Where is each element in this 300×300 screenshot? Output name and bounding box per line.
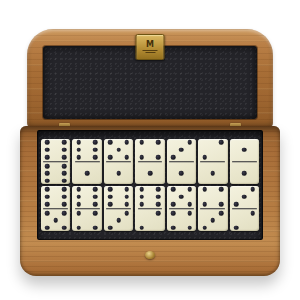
domino-tile[interactable] xyxy=(135,186,164,231)
pip-icon xyxy=(234,225,239,230)
domino-tile[interactable] xyxy=(104,139,133,184)
domino-half-bottom xyxy=(41,163,70,185)
pip-icon xyxy=(187,225,192,230)
pip-icon xyxy=(148,171,153,176)
pip-icon xyxy=(171,202,176,207)
pip-icon xyxy=(108,225,113,230)
case-lid: M xyxy=(27,29,273,128)
pip-icon xyxy=(45,155,50,160)
pip-icon xyxy=(62,164,67,169)
pip-icon xyxy=(125,202,130,207)
domino-half-bottom xyxy=(72,163,101,185)
pip-icon xyxy=(116,171,121,176)
domino-half-top xyxy=(41,139,70,161)
domino-half-bottom xyxy=(104,163,133,185)
pip-icon xyxy=(219,187,224,192)
pip-icon xyxy=(116,147,121,152)
pip-icon xyxy=(219,202,224,207)
domino-half-top xyxy=(135,186,164,208)
pip-icon xyxy=(125,155,130,160)
pip-icon xyxy=(234,202,239,207)
pip-icon xyxy=(202,225,207,230)
pip-icon xyxy=(93,194,98,199)
pip-icon xyxy=(77,194,82,199)
pip-icon xyxy=(77,202,82,207)
pip-icon xyxy=(156,194,161,199)
domino-tile[interactable] xyxy=(167,139,196,184)
pip-icon xyxy=(139,140,144,145)
pip-icon xyxy=(62,155,67,160)
pip-icon xyxy=(85,171,90,176)
domino-tile[interactable] xyxy=(104,186,133,231)
pip-icon xyxy=(77,225,82,230)
brass-medallion-icon xyxy=(145,251,155,259)
pip-icon xyxy=(116,218,121,223)
domino-tile[interactable] xyxy=(72,186,101,231)
domino-tile[interactable] xyxy=(230,139,259,184)
pip-icon xyxy=(187,187,192,192)
domino-tile[interactable] xyxy=(167,186,196,231)
pip-icon xyxy=(45,147,50,152)
domino-tile[interactable] xyxy=(72,139,101,184)
domino-tile[interactable] xyxy=(135,139,164,184)
domino-half-bottom xyxy=(72,210,101,232)
pip-icon xyxy=(202,202,207,207)
pip-icon xyxy=(108,194,113,199)
domino-half-bottom xyxy=(167,163,196,185)
pip-icon xyxy=(45,187,50,192)
pip-icon xyxy=(77,187,82,192)
domino-half-bottom xyxy=(135,163,164,185)
domino-grid xyxy=(41,139,259,231)
pip-icon xyxy=(187,202,192,207)
pip-icon xyxy=(202,155,207,160)
pip-icon xyxy=(156,187,161,192)
domino-half-top xyxy=(198,139,227,161)
pip-icon xyxy=(139,187,144,192)
plaque-engraving-line xyxy=(145,52,155,53)
pip-icon xyxy=(77,140,82,145)
pip-icon xyxy=(62,211,67,216)
pip-icon xyxy=(125,140,130,145)
domino-half-bottom xyxy=(198,163,227,185)
domino-half-top xyxy=(167,186,196,208)
domino-case-photo: M xyxy=(0,0,300,300)
case-base xyxy=(20,126,280,276)
pip-icon xyxy=(62,178,67,183)
pip-icon xyxy=(171,211,176,216)
pip-icon xyxy=(171,187,176,192)
pip-icon xyxy=(108,187,113,192)
pip-icon xyxy=(179,147,184,152)
pip-icon xyxy=(62,187,67,192)
pip-icon xyxy=(242,194,247,199)
domino-half-top xyxy=(41,186,70,208)
domino-half-top xyxy=(72,186,101,208)
pip-icon xyxy=(45,211,50,216)
domino-half-top xyxy=(104,139,133,161)
pip-icon xyxy=(108,202,113,207)
domino-tile[interactable] xyxy=(198,139,227,184)
pip-icon xyxy=(139,225,144,230)
pip-icon xyxy=(77,147,82,152)
brand-logo-icon: M xyxy=(146,41,154,49)
pip-icon xyxy=(187,140,192,145)
pip-icon xyxy=(62,140,67,145)
pip-icon xyxy=(93,202,98,207)
pip-icon xyxy=(108,155,113,160)
domino-half-bottom xyxy=(167,210,196,232)
pip-icon xyxy=(139,194,144,199)
pip-icon xyxy=(45,202,50,207)
domino-tile[interactable] xyxy=(230,186,259,231)
pip-icon xyxy=(45,194,50,199)
domino-tile[interactable] xyxy=(41,139,70,184)
pip-icon xyxy=(62,225,67,230)
pip-icon xyxy=(242,171,247,176)
domino-half-bottom xyxy=(104,210,133,232)
pip-icon xyxy=(93,147,98,152)
pip-icon xyxy=(219,140,224,145)
domino-half-top xyxy=(230,139,259,161)
domino-half-top xyxy=(72,139,101,161)
pip-icon xyxy=(125,211,130,216)
pip-icon xyxy=(250,187,255,192)
domino-tile[interactable] xyxy=(198,186,227,231)
domino-half-bottom xyxy=(135,210,164,232)
pip-icon xyxy=(171,155,176,160)
pip-icon xyxy=(139,155,144,160)
domino-half-bottom xyxy=(41,210,70,232)
pip-icon xyxy=(156,155,161,160)
pip-icon xyxy=(77,155,82,160)
pip-icon xyxy=(179,194,184,199)
plaque-engraving-line xyxy=(143,50,158,51)
pip-icon xyxy=(45,140,50,145)
pip-icon xyxy=(125,194,130,199)
pip-icon xyxy=(93,155,98,160)
pip-icon xyxy=(93,225,98,230)
pip-icon xyxy=(45,164,50,169)
pip-icon xyxy=(62,194,67,199)
domino-half-bottom xyxy=(230,163,259,185)
pip-icon xyxy=(202,187,207,192)
domino-tile[interactable] xyxy=(41,186,70,231)
pip-icon xyxy=(45,171,50,176)
pip-icon xyxy=(211,171,216,176)
pip-icon xyxy=(156,202,161,207)
pip-icon xyxy=(156,140,161,145)
pip-icon xyxy=(77,211,82,216)
domino-half-top xyxy=(135,139,164,161)
pip-icon xyxy=(53,218,58,223)
pip-icon xyxy=(108,140,113,145)
pip-icon xyxy=(125,187,130,192)
pip-icon xyxy=(219,211,224,216)
felt-tray xyxy=(37,130,263,240)
domino-half-top xyxy=(230,186,259,208)
pip-icon xyxy=(156,211,161,216)
pip-icon xyxy=(211,218,216,223)
pip-icon xyxy=(93,211,98,216)
brass-plaque: M xyxy=(136,34,165,60)
domino-half-top xyxy=(104,186,133,208)
pip-icon xyxy=(45,178,50,183)
domino-half-top xyxy=(198,186,227,208)
pip-icon xyxy=(242,147,247,152)
pip-icon xyxy=(187,211,192,216)
pip-icon xyxy=(179,171,184,176)
pip-icon xyxy=(62,171,67,176)
pip-icon xyxy=(139,202,144,207)
domino-half-bottom xyxy=(230,210,259,232)
pip-icon xyxy=(171,225,176,230)
pip-icon xyxy=(93,140,98,145)
pip-icon xyxy=(93,187,98,192)
domino-half-top xyxy=(167,139,196,161)
pip-icon xyxy=(62,202,67,207)
pip-icon xyxy=(250,211,255,216)
pip-icon xyxy=(62,147,67,152)
pip-icon xyxy=(45,225,50,230)
domino-half-bottom xyxy=(198,210,227,232)
